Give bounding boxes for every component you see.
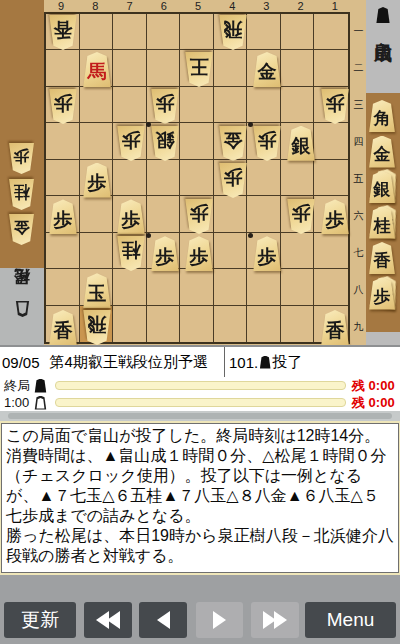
gote-piece-歩: 歩	[47, 89, 79, 124]
file-label: 5	[181, 0, 215, 12]
black-piece-icon	[376, 7, 391, 23]
sente-time-label: 終局	[0, 377, 32, 395]
gote-clock-row: 1:00 残 0:00	[0, 394, 400, 411]
square-2-8	[281, 269, 315, 305]
sente-piece-歩: 歩	[183, 236, 215, 271]
rewind-icon	[107, 611, 120, 629]
white-piece-icon	[15, 301, 30, 317]
square-5-3	[180, 87, 214, 123]
rank-label: 三	[351, 86, 366, 123]
next-move-button[interactable]	[196, 602, 243, 638]
gote-player-name: 松尾	[12, 296, 33, 298]
sente-piece-歩: 歩	[368, 273, 400, 309]
square-1-5	[314, 160, 348, 196]
commentary-text[interactable]: この局面で畠山が投了した。終局時刻は12時14分。消費時間は、▲畠山成１時間０分…	[1, 423, 399, 573]
menu-button[interactable]: Menu	[305, 602, 396, 638]
white-piece-icon	[34, 396, 47, 410]
sente-piece-歩: 歩	[47, 199, 79, 234]
square-2-7	[281, 233, 315, 269]
sente-piece-歩: 歩	[115, 199, 147, 234]
square-6-9	[147, 306, 181, 342]
commentary-section: この局面で畠山が投了した。終局時刻は12時14分。消費時間は、▲畠山成１時間０分…	[0, 421, 400, 575]
gote-piece-歩: 歩	[149, 89, 181, 124]
game-header-bar: 09/05 第4期叡王戦段位別予選 101. 投了	[0, 345, 400, 377]
fast-forward-icon	[274, 611, 287, 629]
shogi-board: 香飛馬王金歩歩歩歩銀金歩銀歩歩歩歩歩歩歩桂歩歩歩玉香飛香	[44, 12, 350, 344]
square-5-9	[180, 306, 214, 342]
gote-remaining-time: 残 0:00	[352, 394, 400, 412]
sente-piece-歩: 歩	[367, 278, 397, 310]
gote-piece-王: 王	[183, 52, 215, 87]
file-labels: 987654321	[44, 0, 352, 12]
event-name: 第4期叡王戦段位別予選	[50, 353, 208, 372]
gote-player-panel: 松尾	[0, 268, 44, 345]
sente-piece-銀: 銀	[368, 167, 400, 203]
gote-piece-桂: 桂	[115, 236, 147, 271]
gote-piece-歩: 歩	[7, 143, 36, 174]
scrollbar-thumb[interactable]	[8, 413, 392, 419]
square-9-4	[46, 123, 80, 159]
gote-piece-歩: 歩	[217, 163, 249, 198]
previous-move-button[interactable]	[139, 602, 187, 638]
rank-label: 四	[351, 123, 366, 160]
divider-band	[0, 411, 400, 421]
gote-time-label: 1:00	[0, 395, 32, 410]
square-8-4	[80, 123, 114, 159]
square-5-8	[180, 269, 214, 305]
square-4-3	[214, 87, 248, 123]
square-5-5	[180, 160, 214, 196]
square-2-3	[281, 87, 315, 123]
square-7-8	[113, 269, 147, 305]
sente-player-panel: 畠山成	[366, 0, 400, 93]
bottom-toolbar: 更新 Menu	[0, 575, 400, 644]
event-title: 09/05 第4期叡王戦段位別予選	[0, 347, 225, 377]
gote-piece-飛: 飛	[217, 15, 249, 50]
sente-piece-銀: 銀	[285, 126, 317, 161]
file-label: 4	[215, 0, 249, 12]
square-7-1	[113, 14, 147, 50]
sente-piece-金: 金	[251, 52, 283, 87]
sente-piece-歩: 歩	[81, 163, 113, 198]
sente-piece-香: 香	[367, 242, 397, 274]
square-4-9	[214, 306, 248, 342]
forward-icon	[213, 611, 226, 629]
rank-label: 九	[351, 308, 366, 345]
tray-footer	[366, 332, 400, 345]
sente-piece-歩: 歩	[319, 199, 351, 234]
sente-time-bar	[55, 381, 346, 390]
game-date: 09/05	[2, 354, 40, 371]
square-1-7	[314, 233, 348, 269]
square-2-5	[281, 160, 315, 196]
gote-piece-飛: 飛	[81, 310, 113, 345]
square-4-8	[214, 269, 248, 305]
square-5-1	[180, 14, 214, 50]
file-label: 7	[112, 0, 146, 12]
gote-time-bar	[55, 398, 346, 407]
file-label: 9	[44, 0, 78, 12]
commentary-paragraph-1: この局面で畠山が投了した。終局時刻は12時14分。消費時間は、▲畠山成１時間０分…	[6, 426, 394, 526]
black-piece-icon	[34, 379, 47, 393]
square-1-1	[314, 14, 348, 50]
square-3-6	[247, 196, 281, 232]
rank-label: 五	[351, 160, 366, 197]
square-1-2	[314, 50, 348, 86]
square-3-9	[247, 306, 281, 342]
gote-piece-銀: 銀	[149, 126, 181, 161]
square-9-2	[46, 50, 80, 86]
square-3-3	[247, 87, 281, 123]
square-4-6	[214, 196, 248, 232]
rank-label: 二	[351, 49, 366, 86]
sente-captured-tray: 畠山成 角金銀銀桂桂香歩歩	[366, 0, 400, 345]
square-6-1	[147, 14, 181, 50]
file-label: 1	[318, 0, 352, 12]
last-move-button[interactable]	[251, 602, 299, 638]
sente-piece-桂: 桂	[367, 207, 397, 239]
gote-piece-歩: 歩	[251, 126, 283, 161]
square-6-6	[147, 196, 181, 232]
square-9-8	[46, 269, 80, 305]
square-3-8	[247, 269, 281, 305]
clock-panel: 終局 残 0:00 1:00 残 0:00	[0, 377, 400, 411]
square-1-8	[314, 269, 348, 305]
back-icon	[157, 611, 170, 629]
square-6-2	[147, 50, 181, 86]
sente-piece-銀: 銀	[367, 171, 397, 203]
commentary-paragraph-2: 勝った松尾は、本日19時から泉正樹八段－北浜健介八段戦の勝者と対戦する。	[6, 526, 394, 566]
gote-piece-金: 金	[7, 214, 36, 245]
gote-piece-香: 香	[47, 15, 79, 50]
square-6-8	[147, 269, 181, 305]
sente-piece-玉: 玉	[81, 273, 113, 308]
gote-piece-歩: 歩	[319, 89, 351, 124]
current-move: 101. 投了	[225, 353, 302, 372]
gote-piece-歩: 歩	[183, 199, 215, 234]
move-label: 投了	[272, 353, 302, 372]
sente-piece-香: 香	[319, 310, 351, 345]
square-7-2	[113, 50, 147, 86]
sente-piece-馬: 馬	[81, 52, 113, 87]
square-7-9	[113, 306, 147, 342]
sente-piece-桂: 桂	[368, 202, 400, 238]
square-8-7	[80, 233, 114, 269]
gote-piece-金: 金	[217, 126, 249, 161]
square-8-6	[80, 196, 114, 232]
gote-piece-歩: 歩	[115, 126, 147, 161]
square-7-3	[113, 87, 147, 123]
sente-piece-歩: 歩	[251, 236, 283, 271]
square-9-5	[46, 160, 80, 196]
square-4-2	[214, 50, 248, 86]
sente-piece-香: 香	[47, 310, 79, 345]
file-label: 2	[284, 0, 318, 12]
square-5-4	[180, 123, 214, 159]
black-piece-icon	[259, 356, 271, 369]
square-3-1	[247, 14, 281, 50]
board-zone: 歩桂金 松尾 987654321 香飛馬王金歩歩歩歩銀金歩銀歩歩歩歩歩歩歩桂歩歩…	[0, 0, 400, 345]
gote-captured-tray: 歩桂金 松尾	[0, 0, 44, 345]
sente-piece-金: 金	[367, 136, 397, 168]
square-2-9	[281, 306, 315, 342]
square-1-4	[314, 123, 348, 159]
file-label: 8	[78, 0, 112, 12]
shogi-app: 歩桂金 松尾 987654321 香飛馬王金歩歩歩歩銀金歩銀歩歩歩歩歩歩歩桂歩歩…	[0, 0, 400, 644]
sente-player-name: 畠山成	[371, 27, 395, 30]
square-3-5	[247, 160, 281, 196]
square-4-7	[214, 233, 248, 269]
square-8-1	[80, 14, 114, 50]
sente-clock-row: 終局 残 0:00	[0, 377, 400, 394]
gote-piece-桂: 桂	[7, 179, 36, 210]
square-9-7	[46, 233, 80, 269]
sente-piece-角: 角	[367, 100, 397, 132]
rank-labels: 一二三四五六七八九	[351, 12, 366, 345]
gote-piece-歩: 歩	[285, 199, 317, 234]
square-2-2	[281, 50, 315, 86]
rank-label: 七	[351, 234, 366, 271]
sente-piece-歩: 歩	[149, 236, 181, 271]
file-label: 6	[147, 0, 181, 12]
sente-remaining-time: 残 0:00	[352, 377, 400, 395]
square-7-5	[113, 160, 147, 196]
square-8-3	[80, 87, 114, 123]
first-move-button[interactable]	[84, 602, 132, 638]
file-label: 3	[249, 0, 283, 12]
square-6-5	[147, 160, 181, 196]
rank-label: 八	[351, 271, 366, 308]
square-2-1	[281, 14, 315, 50]
update-button[interactable]: 更新	[4, 602, 76, 638]
rank-label: 六	[351, 197, 366, 234]
move-number: 101.	[229, 354, 258, 371]
rank-label: 一	[351, 12, 366, 49]
